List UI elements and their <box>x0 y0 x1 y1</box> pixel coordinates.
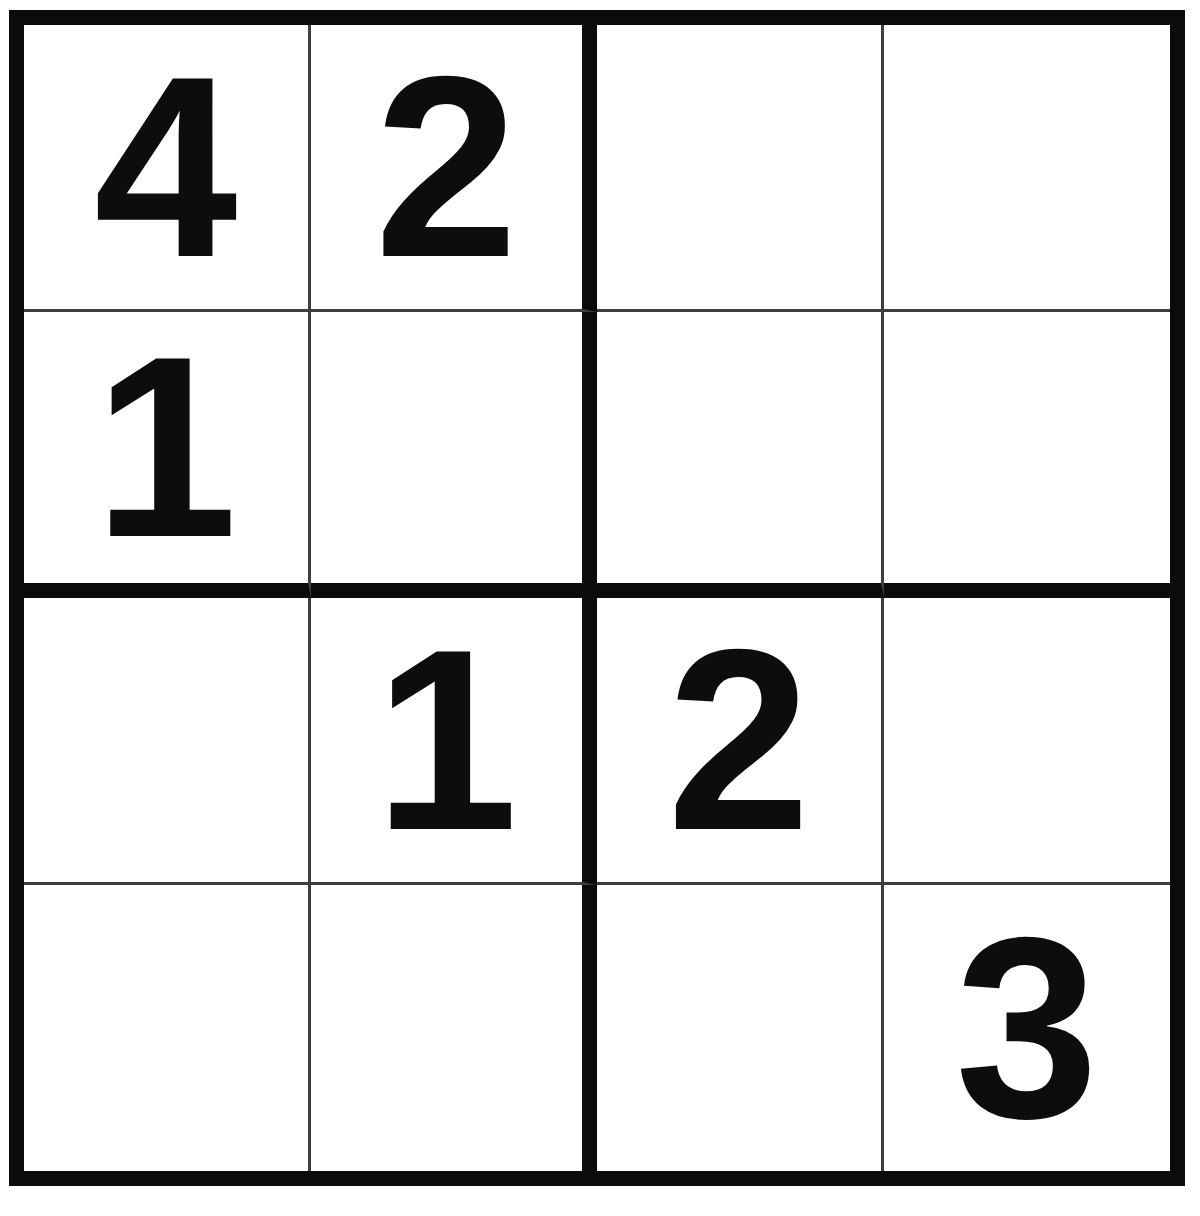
cell-r4c2[interactable] <box>311 885 598 1172</box>
cell-r2c2[interactable] <box>311 312 598 599</box>
cell-r2c3[interactable] <box>597 312 884 599</box>
cell-r3c3[interactable]: 2 <box>597 598 884 885</box>
cell-r4c1[interactable] <box>24 885 311 1172</box>
cell-r3c1[interactable] <box>24 598 311 885</box>
cell-r3c2[interactable]: 1 <box>311 598 598 885</box>
cell-r1c1[interactable]: 4 <box>24 25 311 312</box>
cell-r2c4[interactable] <box>884 312 1171 599</box>
cell-r3c4[interactable] <box>884 598 1171 885</box>
sudoku-board: 4 2 1 1 2 3 <box>9 10 1185 1186</box>
cell-r1c2[interactable]: 2 <box>311 25 598 312</box>
cell-r1c4[interactable] <box>884 25 1171 312</box>
cell-r1c3[interactable] <box>597 25 884 312</box>
cell-r2c1[interactable]: 1 <box>24 312 311 599</box>
page: 4 2 1 1 2 3 <box>0 0 1200 1216</box>
cell-r4c4[interactable]: 3 <box>884 885 1171 1172</box>
cell-r4c3[interactable] <box>597 885 884 1172</box>
